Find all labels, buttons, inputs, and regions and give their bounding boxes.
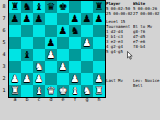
square-g8[interactable]: [81, 1, 93, 13]
white-piece-c3[interactable]: ♞: [35, 62, 44, 72]
white-piece-d4[interactable]: ♟: [47, 50, 56, 60]
file-label-g: g: [81, 97, 93, 102]
square-e8[interactable]: ♚: [57, 1, 69, 13]
rank-label-2: 2: [0, 72, 8, 84]
black-piece-g7[interactable]: ♟: [83, 14, 92, 24]
square-h4[interactable]: [93, 49, 105, 61]
chess-app-window: 87654321 ♜♞♝♛♚♜♟♟♟♟♟♟♟♞♟♟♝♟♞♟♟♟♟♟♟♜♝♛♚♝♞…: [0, 0, 160, 120]
black-piece-a7[interactable]: ♟: [11, 14, 20, 24]
white-piece-b2[interactable]: ♟: [23, 74, 32, 84]
square-f2[interactable]: ♟: [69, 73, 81, 85]
black-piece-b4[interactable]: ♝: [23, 50, 32, 60]
file-label-c: c: [33, 97, 45, 102]
square-e7[interactable]: [57, 13, 69, 25]
square-e4[interactable]: [57, 49, 69, 61]
square-e6[interactable]: ♟: [57, 25, 69, 37]
white-clock-move: 27 00:00:02: [133, 11, 160, 16]
square-c4[interactable]: [33, 49, 45, 61]
white-piece-a1[interactable]: ♜: [11, 86, 20, 96]
square-a5[interactable]: [9, 37, 21, 49]
square-f3[interactable]: [69, 61, 81, 73]
move-black-5: [133, 49, 160, 54]
file-label-h: h: [93, 97, 105, 102]
square-d6[interactable]: [45, 25, 57, 37]
square-d2[interactable]: [45, 73, 57, 85]
file-label-f: f: [69, 97, 81, 102]
black-piece-c8[interactable]: ♝: [35, 2, 44, 12]
square-f7[interactable]: ♟: [69, 13, 81, 25]
square-c8[interactable]: ♝: [33, 1, 45, 13]
square-h2[interactable]: ♟: [93, 73, 105, 85]
rank-label-8: 8: [0, 0, 8, 12]
square-d3[interactable]: [45, 61, 57, 73]
square-h7[interactable]: ♟: [93, 13, 105, 25]
square-c3[interactable]: ♞: [33, 61, 45, 73]
black-piece-d5[interactable]: ♟: [47, 38, 56, 48]
level-footer: Lev: Novice Bell: [133, 78, 160, 88]
move-row-5: 5 g4-g5: [106, 49, 160, 54]
white-piece-h2[interactable]: ♟: [95, 74, 104, 84]
square-c5[interactable]: [33, 37, 45, 49]
black-piece-d8[interactable]: ♛: [47, 2, 56, 12]
square-g7[interactable]: ♟: [81, 13, 93, 25]
square-g4[interactable]: [81, 49, 93, 61]
square-a7[interactable]: ♟: [9, 13, 21, 25]
square-c6[interactable]: [33, 25, 45, 37]
rank-label-3: 3: [0, 60, 8, 72]
black-piece-b7[interactable]: ♟: [23, 14, 32, 24]
white-piece-a2[interactable]: ♟: [11, 74, 20, 84]
square-h5[interactable]: [93, 37, 105, 49]
rank-label-1: 1: [0, 84, 8, 96]
black-piece-a8[interactable]: ♜: [11, 2, 20, 12]
move-list: 1 d2-d4g8-f62 b1-c3d7-d53 e2-e3e7-e64 g2…: [106, 29, 160, 54]
file-labels: abcdefgh: [9, 97, 105, 102]
square-g2[interactable]: [81, 73, 93, 85]
white-piece-g1[interactable]: ♞: [83, 86, 92, 96]
square-g3[interactable]: [81, 61, 93, 73]
black-piece-f6[interactable]: ♞: [71, 26, 80, 36]
white-piece-f2[interactable]: ♟: [71, 74, 80, 84]
file-label-b: b: [21, 97, 33, 102]
square-a6[interactable]: [9, 25, 21, 37]
mouse-cursor-icon: [127, 51, 133, 60]
square-e3[interactable]: ♟: [57, 61, 69, 73]
level-footer-line2: Bell: [133, 83, 160, 88]
square-f6[interactable]: ♞: [69, 25, 81, 37]
square-b2[interactable]: ♟: [21, 73, 33, 85]
rank-label-7: 7: [0, 12, 8, 24]
square-d5[interactable]: ♟: [45, 37, 57, 49]
square-d7[interactable]: [45, 13, 57, 25]
black-piece-f7[interactable]: ♟: [71, 14, 80, 24]
rank-label-6: 6: [0, 24, 8, 36]
clock-block: Player White 5 00:02:50 5 00:00:26 25 00…: [106, 1, 160, 16]
square-b6[interactable]: [21, 25, 33, 37]
white-piece-e3[interactable]: ♟: [59, 62, 68, 72]
level-block: Level 15 Tournament Bl to Mv: [106, 19, 160, 29]
square-f4[interactable]: [69, 49, 81, 61]
square-e2[interactable]: [57, 73, 69, 85]
square-e5[interactable]: [57, 37, 69, 49]
file-label-a: a: [9, 97, 21, 102]
white-piece-f1[interactable]: ♝: [71, 86, 80, 96]
square-b3[interactable]: [21, 61, 33, 73]
black-piece-e8[interactable]: ♚: [59, 2, 68, 12]
square-b8[interactable]: ♞: [21, 1, 33, 13]
square-f5[interactable]: [69, 37, 81, 49]
file-label-e: e: [57, 97, 69, 102]
square-a4[interactable]: [9, 49, 21, 61]
square-c7[interactable]: ♟: [33, 13, 45, 25]
square-h6[interactable]: [93, 25, 105, 37]
square-a3[interactable]: [9, 61, 21, 73]
square-g6[interactable]: [81, 25, 93, 37]
square-b5[interactable]: [21, 37, 33, 49]
square-a2[interactable]: ♟: [9, 73, 21, 85]
black-piece-h7[interactable]: ♟: [95, 14, 104, 24]
white-piece-c2[interactable]: ♟: [35, 74, 44, 84]
square-d4[interactable]: ♟: [45, 49, 57, 61]
square-a8[interactable]: ♜: [9, 1, 21, 13]
square-h8[interactable]: ♜: [93, 1, 105, 13]
file-label-d: d: [45, 97, 57, 102]
board[interactable]: ♜♞♝♛♚♜♟♟♟♟♟♟♟♞♟♟♝♟♞♟♟♟♟♟♟♜♝♛♚♝♞♜: [8, 0, 106, 98]
square-b7[interactable]: ♟: [21, 13, 33, 25]
square-d8[interactable]: ♛: [45, 1, 57, 13]
white-piece-h1[interactable]: ♜: [95, 86, 104, 96]
square-c2[interactable]: ♟: [33, 73, 45, 85]
white-piece-g5[interactable]: ♟: [83, 38, 92, 48]
black-piece-c7[interactable]: ♟: [35, 14, 44, 24]
white-piece-e1[interactable]: ♚: [59, 86, 68, 96]
square-b4[interactable]: ♝: [21, 49, 33, 61]
square-h3[interactable]: [93, 61, 105, 73]
square-f8[interactable]: [69, 1, 81, 13]
square-g5[interactable]: ♟: [81, 37, 93, 49]
rank-label-4: 4: [0, 48, 8, 60]
player-clock-move: 25 00:00:02: [106, 11, 133, 16]
rank-label-5: 5: [0, 36, 8, 48]
black-piece-b8[interactable]: ♞: [23, 2, 32, 12]
white-piece-c1[interactable]: ♝: [35, 86, 44, 96]
rank-labels: 87654321: [0, 0, 8, 96]
black-piece-e6[interactable]: ♟: [59, 26, 68, 36]
last-move-label: Last Mv: [106, 78, 123, 83]
white-piece-d1[interactable]: ♛: [47, 86, 56, 96]
black-piece-h8[interactable]: ♜: [95, 2, 104, 12]
